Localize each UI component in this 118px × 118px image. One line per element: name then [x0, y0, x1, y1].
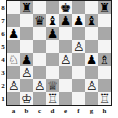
square-d4[interactable]	[46, 53, 59, 66]
square-g6[interactable]	[85, 27, 98, 40]
square-a8[interactable]	[7, 1, 20, 14]
square-e4[interactable]: ♙	[59, 53, 72, 66]
file-label-b: b	[20, 107, 33, 117]
white-rook: ♖	[46, 92, 59, 105]
square-g7[interactable]: ♝	[85, 14, 98, 27]
black-queen: ♛	[33, 14, 46, 27]
file-label-e: e	[59, 107, 72, 117]
square-e1[interactable]	[59, 92, 72, 105]
square-b8[interactable]: ♜	[20, 1, 33, 14]
file-label-a: a	[7, 107, 20, 117]
black-bishop: ♝	[85, 14, 98, 27]
white-pawn: ♙	[33, 79, 46, 92]
chess-board: ♜♚♜♛♝♟♟♝♟♟♙♘♟♙♟♗♙♙♙♕♙♔♖♖	[6, 0, 112, 106]
square-e7[interactable]: ♟	[59, 14, 72, 27]
white-king: ♔	[20, 92, 33, 105]
black-pawn: ♟	[7, 27, 20, 40]
square-d1[interactable]: ♖	[46, 92, 59, 105]
file-label-f: f	[72, 107, 85, 117]
square-c4[interactable]	[33, 53, 46, 66]
square-e2[interactable]	[59, 79, 72, 92]
square-h8[interactable]: ♜	[98, 1, 111, 14]
white-rook: ♖	[98, 92, 111, 105]
square-b1[interactable]: ♔	[20, 92, 33, 105]
square-h6[interactable]	[98, 27, 111, 40]
square-g4[interactable]: ♟	[85, 53, 98, 66]
square-h1[interactable]: ♖	[98, 92, 111, 105]
square-e3[interactable]	[59, 66, 72, 79]
white-pawn: ♙	[7, 79, 20, 92]
square-h7[interactable]	[98, 14, 111, 27]
black-pawn: ♟	[85, 53, 98, 66]
square-a1[interactable]	[7, 92, 20, 105]
white-pawn: ♙	[85, 79, 98, 92]
square-e6[interactable]	[59, 27, 72, 40]
white-knight: ♘	[7, 53, 20, 66]
square-c7[interactable]: ♛	[33, 14, 46, 27]
square-f2[interactable]	[72, 79, 85, 92]
black-pawn: ♟	[46, 27, 59, 40]
square-f3[interactable]	[72, 66, 85, 79]
white-bishop: ♗	[98, 53, 111, 66]
square-c2[interactable]: ♙	[33, 79, 46, 92]
square-f1[interactable]	[72, 92, 85, 105]
file-label-g: g	[85, 107, 98, 117]
square-g1[interactable]	[85, 92, 98, 105]
square-h4[interactable]: ♗	[98, 53, 111, 66]
square-a2[interactable]: ♙	[7, 79, 20, 92]
white-pawn: ♙	[72, 40, 85, 53]
white-pawn: ♙	[59, 53, 72, 66]
file-label-d: d	[46, 107, 59, 117]
square-a6[interactable]: ♟	[7, 27, 20, 40]
square-d6[interactable]: ♟	[46, 27, 59, 40]
black-rook: ♜	[20, 1, 33, 14]
square-f4[interactable]	[72, 53, 85, 66]
square-f7[interactable]: ♟	[72, 14, 85, 27]
chess-diagram: 87654321 ♜♚♜♛♝♟♟♝♟♟♙♘♟♙♟♗♙♙♙♕♙♔♖♖ abcdef…	[0, 0, 118, 118]
square-h3[interactable]	[98, 66, 111, 79]
square-c1[interactable]	[33, 92, 46, 105]
square-c6[interactable]	[33, 27, 46, 40]
file-labels: abcdefgh	[7, 107, 111, 117]
square-b6[interactable]	[20, 27, 33, 40]
file-label-h: h	[98, 107, 111, 117]
square-d5[interactable]	[46, 40, 59, 53]
square-c5[interactable]	[33, 40, 46, 53]
square-b7[interactable]	[20, 14, 33, 27]
square-b3[interactable]: ♙	[20, 66, 33, 79]
black-rook: ♜	[98, 1, 111, 14]
black-pawn: ♟	[59, 14, 72, 27]
black-pawn: ♟	[72, 14, 85, 27]
square-g2[interactable]: ♙	[85, 79, 98, 92]
file-label-c: c	[33, 107, 46, 117]
white-pawn: ♙	[20, 66, 33, 79]
square-f5[interactable]: ♙	[72, 40, 85, 53]
square-a4[interactable]: ♘	[7, 53, 20, 66]
